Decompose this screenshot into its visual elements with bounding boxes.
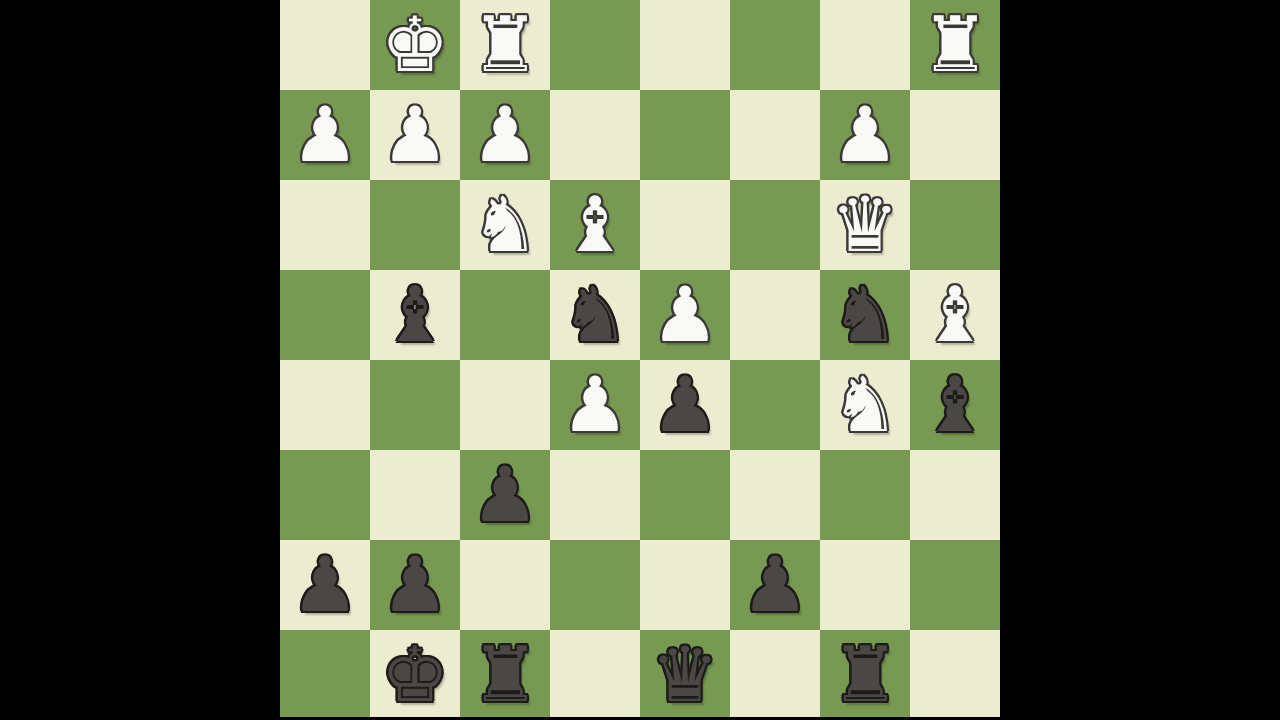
square-h2[interactable]: ♟ (280, 90, 370, 180)
square-b7[interactable] (820, 540, 910, 630)
square-f1[interactable]: ♜ (460, 0, 550, 90)
square-c6[interactable] (730, 450, 820, 540)
black-bishop-piece[interactable]: ♝ (370, 270, 460, 360)
white-knight-piece[interactable]: ♞ (820, 360, 910, 450)
square-b8[interactable]: ♜ (820, 630, 910, 720)
white-pawn-piece[interactable]: ♟ (640, 270, 730, 360)
square-c5[interactable] (730, 360, 820, 450)
square-f2[interactable]: ♟ (460, 90, 550, 180)
black-pawn-piece[interactable]: ♟ (640, 360, 730, 450)
square-h1[interactable] (280, 0, 370, 90)
square-c4[interactable] (730, 270, 820, 360)
black-king-piece[interactable]: ♚ (370, 630, 460, 720)
square-e3[interactable]: ♝ (550, 180, 640, 270)
black-pawn-piece[interactable]: ♟ (730, 540, 820, 630)
square-b6[interactable] (820, 450, 910, 540)
square-h7[interactable]: ♟ (280, 540, 370, 630)
black-knight-piece[interactable]: ♞ (550, 270, 640, 360)
square-e5[interactable]: ♟ (550, 360, 640, 450)
square-a8[interactable] (910, 630, 1000, 720)
square-d2[interactable] (640, 90, 730, 180)
square-b5[interactable]: ♞ (820, 360, 910, 450)
black-pawn-piece[interactable]: ♟ (460, 450, 550, 540)
square-b3[interactable]: ♛ (820, 180, 910, 270)
square-b4[interactable]: ♞ (820, 270, 910, 360)
square-b2[interactable]: ♟ (820, 90, 910, 180)
square-g4[interactable]: ♝ (370, 270, 460, 360)
square-d4[interactable]: ♟ (640, 270, 730, 360)
square-e1[interactable] (550, 0, 640, 90)
white-pawn-piece[interactable]: ♟ (550, 360, 640, 450)
square-g8[interactable]: ♚ (370, 630, 460, 720)
square-g2[interactable]: ♟ (370, 90, 460, 180)
square-e6[interactable] (550, 450, 640, 540)
square-f5[interactable] (460, 360, 550, 450)
square-g1[interactable]: ♚ (370, 0, 460, 90)
white-queen-piece[interactable]: ♛ (820, 180, 910, 270)
square-d1[interactable] (640, 0, 730, 90)
square-e2[interactable] (550, 90, 640, 180)
black-rook-piece[interactable]: ♜ (460, 630, 550, 720)
black-queen-piece[interactable]: ♛ (640, 630, 730, 720)
white-king-piece[interactable]: ♚ (370, 0, 460, 90)
black-pawn-piece[interactable]: ♟ (280, 540, 370, 630)
square-d6[interactable] (640, 450, 730, 540)
square-c1[interactable] (730, 0, 820, 90)
square-c2[interactable] (730, 90, 820, 180)
square-c7[interactable]: ♟ (730, 540, 820, 630)
square-a3[interactable] (910, 180, 1000, 270)
square-d8[interactable]: ♛ (640, 630, 730, 720)
square-a4[interactable]: ♝ (910, 270, 1000, 360)
square-d3[interactable] (640, 180, 730, 270)
square-a7[interactable] (910, 540, 1000, 630)
square-d7[interactable] (640, 540, 730, 630)
square-a1[interactable]: ♜ (910, 0, 1000, 90)
letterbox-right (1000, 0, 1280, 720)
white-knight-piece[interactable]: ♞ (460, 180, 550, 270)
white-bishop-piece[interactable]: ♝ (550, 180, 640, 270)
square-f7[interactable] (460, 540, 550, 630)
square-e4[interactable]: ♞ (550, 270, 640, 360)
square-g6[interactable] (370, 450, 460, 540)
black-knight-piece[interactable]: ♞ (820, 270, 910, 360)
square-b1[interactable] (820, 0, 910, 90)
white-pawn-piece[interactable]: ♟ (280, 90, 370, 180)
square-h3[interactable] (280, 180, 370, 270)
square-h6[interactable] (280, 450, 370, 540)
square-e7[interactable] (550, 540, 640, 630)
square-g5[interactable] (370, 360, 460, 450)
square-a5[interactable]: ♝ (910, 360, 1000, 450)
square-c8[interactable] (730, 630, 820, 720)
square-a6[interactable] (910, 450, 1000, 540)
chess-board: ♚♜♜♟♟♟♟♞♝♛♝♞♟♞♝♟♟♞♝♟♟♟♟♚♜♛♜ (280, 0, 1000, 720)
square-f8[interactable]: ♜ (460, 630, 550, 720)
square-f6[interactable]: ♟ (460, 450, 550, 540)
black-pawn-piece[interactable]: ♟ (370, 540, 460, 630)
square-c3[interactable] (730, 180, 820, 270)
white-pawn-piece[interactable]: ♟ (370, 90, 460, 180)
white-pawn-piece[interactable]: ♟ (460, 90, 550, 180)
square-f4[interactable] (460, 270, 550, 360)
black-bishop-piece[interactable]: ♝ (910, 360, 1000, 450)
black-rook-piece[interactable]: ♜ (820, 630, 910, 720)
square-d5[interactable]: ♟ (640, 360, 730, 450)
square-g3[interactable] (370, 180, 460, 270)
white-rook-piece[interactable]: ♜ (460, 0, 550, 90)
square-e8[interactable] (550, 630, 640, 720)
square-h4[interactable] (280, 270, 370, 360)
square-h5[interactable] (280, 360, 370, 450)
square-h8[interactable] (280, 630, 370, 720)
square-f3[interactable]: ♞ (460, 180, 550, 270)
screenshot-frame: ♚♜♜♟♟♟♟♞♝♛♝♞♟♞♝♟♟♞♝♟♟♟♟♚♜♛♜ (0, 0, 1280, 720)
square-a2[interactable] (910, 90, 1000, 180)
square-g7[interactable]: ♟ (370, 540, 460, 630)
letterbox-left (0, 0, 280, 720)
white-bishop-piece[interactable]: ♝ (910, 270, 1000, 360)
white-rook-piece[interactable]: ♜ (910, 0, 1000, 90)
white-pawn-piece[interactable]: ♟ (820, 90, 910, 180)
